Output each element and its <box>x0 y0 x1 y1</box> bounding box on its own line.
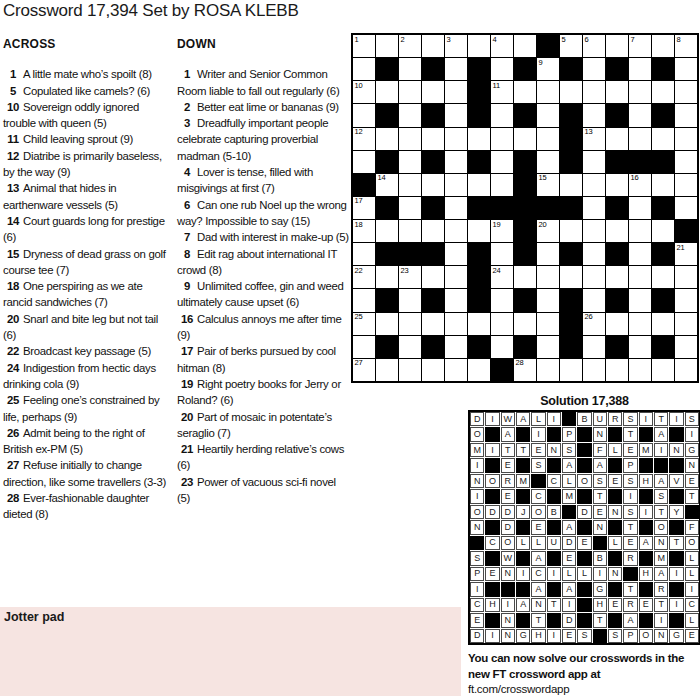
grid-cell[interactable] <box>629 220 651 242</box>
grid-cell[interactable] <box>537 266 559 288</box>
clue-number: 24 <box>3 360 23 376</box>
grid-cell[interactable] <box>629 266 651 288</box>
solution-cell: H <box>639 474 653 488</box>
solution-cell: O <box>470 427 484 441</box>
clue-number: 25 <box>3 392 23 408</box>
grid-cell[interactable] <box>445 128 467 150</box>
grid-cell[interactable] <box>399 104 421 126</box>
grid-cell[interactable] <box>606 220 628 242</box>
grid-cell[interactable]: 12 <box>353 128 375 150</box>
grid-cell[interactable] <box>514 35 536 57</box>
grid-cell[interactable]: 18 <box>353 220 375 242</box>
grid-cell[interactable]: 25 <box>353 313 375 335</box>
solution-cell: S <box>654 489 668 503</box>
solution-cell: N <box>501 629 515 643</box>
grid-cell[interactable] <box>491 313 513 335</box>
grid-cell[interactable] <box>468 174 490 196</box>
grid-cell[interactable] <box>422 266 444 288</box>
grid-cell[interactable] <box>560 266 582 288</box>
grid-cell-black <box>537 35 559 57</box>
grid-cell[interactable] <box>376 128 398 150</box>
solution-cell: N <box>608 505 622 519</box>
grid-cell[interactable] <box>583 197 605 219</box>
clue-start-number: 14 <box>378 174 386 182</box>
solution-cell: P <box>623 458 637 472</box>
clue-number: 14 <box>3 213 23 229</box>
solution-cell: E <box>531 520 545 534</box>
grid-cell[interactable] <box>376 220 398 242</box>
grid-cell[interactable] <box>422 128 444 150</box>
grid-cell[interactable] <box>675 336 697 358</box>
clue-number: 26 <box>3 425 23 441</box>
across-clue-18: 18One perspiring as we ate rancid sandwi… <box>3 278 171 311</box>
grid-cell[interactable]: 7 <box>629 35 651 57</box>
grid-cell[interactable] <box>445 174 467 196</box>
solution-cell: O <box>531 505 545 519</box>
grid-cell[interactable]: 3 <box>445 35 467 57</box>
clue-start-number: 7 <box>631 36 635 44</box>
solution-cell: S <box>593 474 607 488</box>
grid-cell[interactable] <box>422 359 444 381</box>
grid-cell[interactable] <box>468 359 490 381</box>
solution-cell: T <box>547 598 561 612</box>
solution-cell: A <box>593 458 607 472</box>
solution-cell: A <box>531 551 545 565</box>
grid-cell[interactable] <box>583 104 605 126</box>
grid-cell[interactable] <box>376 35 398 57</box>
solution-cell-black <box>562 412 576 426</box>
clue-text: Snarl and bite leg but not tail (6) <box>3 313 158 341</box>
grid-cell[interactable] <box>353 336 375 358</box>
grid-cell-black <box>514 151 536 173</box>
grid-cell[interactable] <box>629 243 651 265</box>
across-clue-10: 10Sovereign oddly ignored trouble with q… <box>3 99 171 132</box>
grid-cell[interactable] <box>606 174 628 196</box>
clue-start-number: 13 <box>585 128 593 136</box>
grid-cell[interactable] <box>652 174 674 196</box>
solution-cell: I <box>547 629 561 643</box>
grid-cell-black <box>468 289 490 311</box>
solution-cell: T <box>654 505 668 519</box>
solution-cell: E <box>685 629 699 643</box>
clue-text: Broadcast key passage (5) <box>23 345 151 357</box>
grid-cell[interactable] <box>629 359 651 381</box>
app-promo-url[interactable]: ft.com/crosswordapp <box>468 682 700 698</box>
grid-cell[interactable] <box>422 35 444 57</box>
grid-cell[interactable] <box>422 313 444 335</box>
grid-cell[interactable] <box>583 266 605 288</box>
grid-cell[interactable] <box>445 243 467 265</box>
grid-cell[interactable] <box>652 359 674 381</box>
grid-cell[interactable] <box>399 220 421 242</box>
clue-text: Refuse initially to change direction, li… <box>3 459 166 487</box>
grid-cell-black <box>422 197 444 219</box>
grid-cell[interactable] <box>537 104 559 126</box>
grid-cell[interactable] <box>445 81 467 103</box>
grid-cell[interactable] <box>468 35 490 57</box>
grid-cell[interactable] <box>514 313 536 335</box>
solution-cell: I <box>470 582 484 596</box>
grid-cell-black <box>376 104 398 126</box>
solution-cell: O <box>654 520 668 534</box>
grid-cell[interactable] <box>445 58 467 80</box>
solution-cell: M <box>562 489 576 503</box>
grid-cell[interactable] <box>583 243 605 265</box>
grid-cell[interactable] <box>629 197 651 219</box>
grid-cell[interactable]: 14 <box>376 174 398 196</box>
grid-cell[interactable] <box>606 81 628 103</box>
grid-cell-black <box>606 289 628 311</box>
grid-cell[interactable] <box>422 174 444 196</box>
solution-cell: E <box>470 613 484 627</box>
grid-cell[interactable]: 27 <box>353 359 375 381</box>
solution-cell: H <box>485 598 499 612</box>
grid-cell-black <box>468 104 490 126</box>
down-clue-23: 23Power of vacuous sci-fi novel (5) <box>177 474 349 507</box>
solution-cell: N <box>501 567 515 581</box>
grid-cell[interactable] <box>376 313 398 335</box>
jotter-pad[interactable]: Jotter pad <box>0 607 461 696</box>
grid-cell[interactable] <box>399 81 421 103</box>
grid-cell[interactable] <box>445 359 467 381</box>
grid-cell[interactable] <box>629 313 651 335</box>
solution-cell: A <box>623 613 637 627</box>
across-clue-list: ACROSS 1A little mate who’s spoilt (8)5C… <box>3 36 171 523</box>
solution-cell: A <box>654 474 668 488</box>
grid-cell[interactable] <box>399 58 421 80</box>
grid-cell[interactable] <box>445 313 467 335</box>
grid-cell[interactable] <box>445 266 467 288</box>
down-clue-8: 8Edit rag about international IT crowd (… <box>177 246 349 279</box>
grid-cell[interactable] <box>537 128 559 150</box>
grid-cell[interactable] <box>606 266 628 288</box>
solution-cell: I <box>516 567 530 581</box>
clue-number: 10 <box>3 99 23 115</box>
grid-cell-black <box>675 220 697 242</box>
solution-cell: G <box>593 582 607 596</box>
grid-cell[interactable] <box>376 359 398 381</box>
grid-cell[interactable] <box>491 151 513 173</box>
solution-cell: E <box>685 474 699 488</box>
grid-cell[interactable] <box>537 289 559 311</box>
grid-cell[interactable] <box>583 58 605 80</box>
solution-cell: A <box>501 427 515 441</box>
grid-cell[interactable] <box>445 336 467 358</box>
clue-number: 17 <box>177 343 197 359</box>
solution-cell: P <box>562 427 576 441</box>
grid-cell[interactable]: 21 <box>675 243 697 265</box>
grid-cell[interactable] <box>491 128 513 150</box>
grid-cell[interactable] <box>675 289 697 311</box>
clue-text: Feeling one’s constrained by life, perha… <box>3 394 159 422</box>
solution-cell: I <box>654 443 668 457</box>
grid-cell[interactable] <box>652 81 674 103</box>
grid-cell[interactable]: 17 <box>353 197 375 219</box>
solution-cell: N <box>593 520 607 534</box>
solution-cell: N <box>654 536 668 550</box>
grid-cell[interactable] <box>537 313 559 335</box>
solution-cell-black <box>654 458 668 472</box>
grid-cell[interactable] <box>629 81 651 103</box>
grid-cell[interactable] <box>606 128 628 150</box>
solution-cell: M <box>654 551 668 565</box>
grid-cell-black <box>537 197 559 219</box>
grid-cell[interactable] <box>445 197 467 219</box>
solution-cell-black <box>531 474 545 488</box>
solution-grid: DIWALIBURSITISOAIPNTAIMITTENSFLEMINGIESA… <box>468 410 700 645</box>
grid-cell[interactable] <box>560 220 582 242</box>
solution-cell-black <box>639 613 653 627</box>
grid-cell-black <box>376 243 398 265</box>
across-clue-20: 20Snarl and bite leg but not tail (6) <box>3 311 171 344</box>
solution-cell: P <box>470 567 484 581</box>
grid-cell[interactable] <box>376 81 398 103</box>
grid-cell-black <box>606 151 628 173</box>
grid-cell[interactable]: 23 <box>399 266 421 288</box>
grid-cell[interactable] <box>560 174 582 196</box>
solution-cell-black <box>470 536 484 550</box>
clue-text: Court guards long for prestige (6) <box>3 215 165 243</box>
grid-cell[interactable]: 8 <box>675 35 697 57</box>
solution-cell: W <box>501 551 515 565</box>
clue-number: 6 <box>177 197 197 213</box>
solution-cell: S <box>577 629 591 643</box>
grid-cell[interactable] <box>422 220 444 242</box>
grid-cell[interactable] <box>376 266 398 288</box>
grid-cell-black <box>652 336 674 358</box>
grid-cell-black <box>468 197 490 219</box>
grid-cell[interactable] <box>583 359 605 381</box>
grid-cell[interactable] <box>353 151 375 173</box>
grid-cell[interactable] <box>537 151 559 173</box>
grid-cell[interactable] <box>399 128 421 150</box>
grid-cell[interactable]: 15 <box>537 174 559 196</box>
grid-cell[interactable] <box>399 197 421 219</box>
grid-cell[interactable]: 26 <box>583 313 605 335</box>
across-clue-5: 5Copulated like camels? (6) <box>3 83 171 99</box>
solution-cell-black <box>577 613 591 627</box>
grid-cell[interactable] <box>399 174 421 196</box>
grid-cell[interactable] <box>652 35 674 57</box>
clue-text: Writer and Senior Common Room liable to … <box>177 68 339 96</box>
grid-cell[interactable] <box>675 128 697 150</box>
clue-text: Power of vacuous sci-fi novel (5) <box>177 476 336 504</box>
grid-cell-black <box>422 336 444 358</box>
grid-cell-black <box>468 336 490 358</box>
grid-cell[interactable]: 5 <box>560 35 582 57</box>
clue-start-number: 25 <box>355 313 363 321</box>
grid-cell[interactable]: 1 <box>353 35 375 57</box>
grid-cell[interactable]: 2 <box>399 35 421 57</box>
grid-cell[interactable] <box>491 174 513 196</box>
grid-cell[interactable] <box>675 81 697 103</box>
solution-cell: I <box>485 443 499 457</box>
grid-cell[interactable] <box>491 243 513 265</box>
grid-cell-black <box>652 58 674 80</box>
solution-cell: I <box>531 427 545 441</box>
grid-cell[interactable] <box>514 266 536 288</box>
grid-cell[interactable] <box>675 359 697 381</box>
grid-cell[interactable]: 24 <box>491 266 513 288</box>
clue-text: Dad with interest in make-up (5) <box>197 231 349 243</box>
grid-cell[interactable] <box>537 81 559 103</box>
grid-cell[interactable] <box>675 174 697 196</box>
clue-start-number: 27 <box>355 359 363 367</box>
grid-cell[interactable] <box>583 220 605 242</box>
grid-cell[interactable] <box>399 359 421 381</box>
solution-cell: N <box>531 598 545 612</box>
grid-cell[interactable] <box>491 289 513 311</box>
grid-cell-black <box>422 243 444 265</box>
grid-cell[interactable] <box>353 243 375 265</box>
grid-cell[interactable] <box>491 58 513 80</box>
across-clue-12: 12Diatribe is primarily baseless, by the… <box>3 148 171 181</box>
solution-cell-black <box>516 458 530 472</box>
solution-cell: N <box>501 613 515 627</box>
grid-cell[interactable] <box>583 81 605 103</box>
grid-cell[interactable] <box>583 289 605 311</box>
grid-cell[interactable] <box>445 104 467 126</box>
grid-cell[interactable] <box>652 266 674 288</box>
grid-cell[interactable] <box>491 336 513 358</box>
grid-cell-black <box>606 104 628 126</box>
solution-cell-black <box>577 489 591 503</box>
grid-cell[interactable] <box>468 128 490 150</box>
grid-cell[interactable]: 22 <box>353 266 375 288</box>
grid-cell[interactable] <box>652 128 674 150</box>
grid-cell[interactable]: 16 <box>629 174 651 196</box>
grid-cell[interactable] <box>560 81 582 103</box>
grid-cell[interactable] <box>675 58 697 80</box>
grid-cell[interactable]: 19 <box>491 220 513 242</box>
solution-cell: L <box>685 551 699 565</box>
grid-cell[interactable] <box>445 289 467 311</box>
grid-cell[interactable] <box>468 313 490 335</box>
solution-cell: E <box>608 598 622 612</box>
solution-cell: S <box>608 629 622 643</box>
grid-cell[interactable] <box>606 313 628 335</box>
grid-cell[interactable] <box>445 151 467 173</box>
solution-cell: I <box>685 427 699 441</box>
solution-cell-black <box>547 458 561 472</box>
grid-cell-black <box>514 289 536 311</box>
grid-cell[interactable] <box>583 336 605 358</box>
grid-cell[interactable] <box>399 151 421 173</box>
grid-cell[interactable] <box>514 128 536 150</box>
solution-cell: I <box>593 567 607 581</box>
grid-cell[interactable] <box>491 104 513 126</box>
solution-cell: S <box>470 551 484 565</box>
solution-cell-black <box>639 520 653 534</box>
grid-cell[interactable] <box>606 359 628 381</box>
grid-cell[interactable]: 4 <box>491 35 513 57</box>
clue-number: 15 <box>3 246 23 262</box>
solution-cell: B <box>577 412 591 426</box>
grid-cell[interactable] <box>675 313 697 335</box>
grid-cell[interactable] <box>422 81 444 103</box>
solution-cell: N <box>654 629 668 643</box>
grid-cell[interactable]: 13 <box>583 128 605 150</box>
solution-cell-black <box>516 489 530 503</box>
clue-number: 23 <box>177 474 197 490</box>
grid-cell[interactable] <box>399 313 421 335</box>
grid-cell[interactable]: 10 <box>353 81 375 103</box>
grid-cell[interactable] <box>353 289 375 311</box>
grid-cell[interactable] <box>537 336 559 358</box>
grid-cell[interactable] <box>468 220 490 242</box>
grid-cell[interactable] <box>560 359 582 381</box>
grid-cell-black <box>560 336 582 358</box>
down-clue-21: 21Heartily herding relative’s cows (6) <box>177 441 349 474</box>
grid-cell[interactable] <box>583 151 605 173</box>
clue-number: 11 <box>3 131 23 147</box>
solution-cell: E <box>501 489 515 503</box>
grid-cell[interactable]: 11 <box>491 81 513 103</box>
grid-cell[interactable]: 6 <box>583 35 605 57</box>
clue-start-number: 11 <box>493 82 500 90</box>
solution-cell-black <box>623 567 637 581</box>
clue-start-number: 4 <box>493 36 497 44</box>
grid-cell[interactable] <box>537 243 559 265</box>
solution-cell-black <box>547 520 561 534</box>
grid-cell[interactable] <box>399 289 421 311</box>
down-clue-list: DOWN 1Writer and Senior Common Room liab… <box>177 36 349 506</box>
solution-cell: T <box>685 489 699 503</box>
grid-cell[interactable] <box>629 128 651 150</box>
solution-cell: I <box>654 613 668 627</box>
across-clue-27: 27Refuse initially to change direction, … <box>3 457 171 490</box>
grid-cell[interactable] <box>629 104 651 126</box>
grid-cell[interactable]: 20 <box>537 220 559 242</box>
grid-cell[interactable] <box>652 220 674 242</box>
clue-text: Unlimited coffee, gin and weed ultimatel… <box>177 280 344 308</box>
grid-cell[interactable] <box>606 35 628 57</box>
grid-cell[interactable] <box>537 359 559 381</box>
grid-cell[interactable] <box>652 313 674 335</box>
grid-cell-black <box>376 289 398 311</box>
grid-cell[interactable] <box>514 81 536 103</box>
solution-cell: I <box>623 489 637 503</box>
down-clue-2: 2Better eat lime or bananas (9) <box>177 99 349 115</box>
grid-cell-black <box>422 151 444 173</box>
clue-number: 8 <box>177 246 197 262</box>
grid-cell[interactable]: 28 <box>514 359 536 381</box>
solution-cell: N <box>669 443 683 457</box>
clue-number: 27 <box>3 457 23 473</box>
grid-cell-black <box>422 104 444 126</box>
solution-cell: A <box>562 520 576 534</box>
grid-cell[interactable]: 9 <box>537 58 559 80</box>
grid-cell[interactable] <box>675 266 697 288</box>
clue-start-number: 10 <box>355 82 363 90</box>
grid-cell[interactable] <box>353 58 375 80</box>
grid-cell[interactable] <box>675 104 697 126</box>
grid-cell[interactable] <box>399 336 421 358</box>
solution-cell: E <box>501 458 515 472</box>
grid-cell[interactable] <box>629 58 651 80</box>
grid-cell[interactable] <box>629 336 651 358</box>
grid-cell[interactable] <box>629 289 651 311</box>
grid-cell[interactable] <box>583 174 605 196</box>
solution-cell: L <box>562 474 576 488</box>
grid-cell[interactable] <box>353 104 375 126</box>
clue-number: 9 <box>177 278 197 294</box>
grid-cell[interactable] <box>675 197 697 219</box>
grid-cell[interactable] <box>445 220 467 242</box>
clue-text: One perspiring as we ate rancid sandwich… <box>3 280 142 308</box>
grid-cell[interactable] <box>675 151 697 173</box>
solution-cell: I <box>470 458 484 472</box>
